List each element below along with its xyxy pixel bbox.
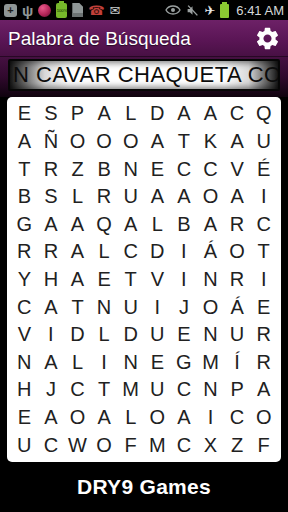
cell-r8c1[interactable]: C — [11, 293, 38, 321]
cell-r9c3[interactable]: D — [64, 321, 91, 349]
cell-r1c10[interactable]: Q — [250, 100, 277, 128]
cell-r9c6[interactable]: U — [144, 321, 171, 349]
puzzle-panel: ESPALDAACQAÑOOOATKAUTRZBNECCVÉBSLRUAAOAI… — [7, 97, 281, 462]
cell-r4c3[interactable]: L — [64, 183, 91, 211]
cell-r6c10[interactable]: T — [250, 238, 277, 266]
cell-r6c4[interactable]: L — [91, 238, 118, 266]
cell-r1c2[interactable]: S — [38, 100, 65, 128]
cell-r5c3[interactable]: A — [64, 210, 91, 238]
cell-r4c4[interactable]: R — [91, 183, 118, 211]
cell-r13c8[interactable]: X — [197, 431, 224, 459]
cell-r12c3[interactable]: O — [64, 404, 91, 432]
cell-r9c10[interactable]: R — [250, 321, 277, 349]
cell-r2c5[interactable]: O — [117, 128, 144, 156]
title-bar: Palabra de Búsqueda — [0, 20, 288, 57]
cell-r10c4[interactable]: I — [91, 349, 118, 377]
notification-app-icon — [38, 4, 51, 17]
cell-r4c9[interactable]: A — [224, 183, 251, 211]
cell-r11c7[interactable]: C — [171, 376, 198, 404]
cell-r2c2[interactable]: Ñ — [38, 128, 65, 156]
cell-r8c4[interactable]: N — [91, 293, 118, 321]
cell-r8c6[interactable]: I — [144, 293, 171, 321]
cell-r4c10[interactable]: I — [250, 183, 277, 211]
cell-r12c2[interactable]: A — [38, 404, 65, 432]
cell-r13c6[interactable]: M — [144, 431, 171, 459]
cell-r7c2[interactable]: H — [38, 266, 65, 294]
cell-r7c4[interactable]: E — [91, 266, 118, 294]
cell-r11c5[interactable]: M — [117, 376, 144, 404]
cell-r11c2[interactable]: J — [38, 376, 65, 404]
cell-r13c3[interactable]: W — [64, 431, 91, 459]
cell-r6c6[interactable]: D — [144, 238, 171, 266]
battery-full-icon: 100% — [56, 3, 67, 18]
cell-r6c9[interactable]: O — [224, 238, 251, 266]
cell-r2c6[interactable]: A — [144, 128, 171, 156]
cell-r2c9[interactable]: A — [224, 128, 251, 156]
cell-r4c1[interactable]: B — [11, 183, 38, 211]
word-list-text: N CAVAR CHAQUETA CON — [10, 62, 280, 88]
cell-r3c7[interactable]: C — [171, 155, 198, 183]
word-list-marquee: N CAVAR CHAQUETA CON — [8, 59, 280, 91]
cell-r10c3[interactable]: L — [64, 349, 91, 377]
cell-r11c8[interactable]: N — [197, 376, 224, 404]
cell-r7c1[interactable]: Y — [11, 266, 38, 294]
cell-r6c8[interactable]: Á — [197, 238, 224, 266]
cell-r12c4[interactable]: A — [91, 404, 118, 432]
mute-icon — [186, 4, 199, 17]
cell-r4c5[interactable]: U — [117, 183, 144, 211]
cell-r11c4[interactable]: T — [91, 376, 118, 404]
airplane-mode-icon: ✈ — [204, 4, 215, 17]
cell-r12c10[interactable]: O — [250, 404, 277, 432]
status-time: 6:41 AM — [236, 3, 284, 18]
cell-r9c2[interactable]: I — [38, 321, 65, 349]
cell-r13c2[interactable]: C — [38, 431, 65, 459]
cell-r2c1[interactable]: A — [11, 128, 38, 156]
cell-r4c7[interactable]: A — [171, 183, 198, 211]
cell-r5c9[interactable]: R — [224, 210, 251, 238]
cell-r12c8[interactable]: I — [197, 404, 224, 432]
cell-r11c3[interactable]: C — [64, 376, 91, 404]
cell-r9c4[interactable]: L — [91, 321, 118, 349]
cell-r7c8[interactable]: N — [197, 266, 224, 294]
word-list-zone: N CAVAR CHAQUETA CON — [0, 57, 288, 97]
cell-r3c3[interactable]: Z — [64, 155, 91, 183]
cell-r11c9[interactable]: P — [224, 376, 251, 404]
cell-r12c6[interactable]: O — [144, 404, 171, 432]
cell-r12c5[interactable]: L — [117, 404, 144, 432]
cell-r9c7[interactable]: E — [171, 321, 198, 349]
cell-r7c9[interactable]: R — [224, 266, 251, 294]
cell-r3c1[interactable]: T — [11, 155, 38, 183]
cell-r5c6[interactable]: L — [144, 210, 171, 238]
cell-r7c3[interactable]: A — [64, 266, 91, 294]
cell-r10c2[interactable]: A — [38, 349, 65, 377]
cell-r8c5[interactable]: U — [117, 293, 144, 321]
cell-r3c4[interactable]: B — [91, 155, 118, 183]
cell-r8c2[interactable]: A — [38, 293, 65, 321]
call-icon: ☎ — [88, 4, 104, 17]
cell-r9c9[interactable]: U — [224, 321, 251, 349]
cell-r13c9[interactable]: Z — [224, 431, 251, 459]
cell-r7c10[interactable]: I — [250, 266, 277, 294]
cell-r13c4[interactable]: O — [91, 431, 118, 459]
battery-icon — [220, 4, 229, 18]
letter-grid[interactable]: ESPALDAACQAÑOOOATKAUTRZBNECCVÉBSLRUAAOAI… — [11, 100, 277, 459]
cell-r5c8[interactable]: A — [197, 210, 224, 238]
cell-r3c6[interactable]: E — [144, 155, 171, 183]
usb-icon: ψ — [22, 3, 33, 18]
cell-r1c7[interactable]: A — [171, 100, 198, 128]
cell-r10c8[interactable]: M — [197, 349, 224, 377]
sim-card-icon — [72, 3, 83, 17]
cell-r5c2[interactable]: A — [38, 210, 65, 238]
cell-r8c8[interactable]: O — [197, 293, 224, 321]
cell-r3c5[interactable]: N — [117, 155, 144, 183]
cell-r10c9[interactable]: Í — [224, 349, 251, 377]
cell-r10c7[interactable]: G — [171, 349, 198, 377]
cell-r11c6[interactable]: U — [144, 376, 171, 404]
cell-r3c2[interactable]: R — [38, 155, 65, 183]
cell-r13c7[interactable]: C — [171, 431, 198, 459]
cell-r2c4[interactable]: O — [91, 128, 118, 156]
cell-r6c5[interactable]: C — [117, 238, 144, 266]
cell-r2c7[interactable]: T — [171, 128, 198, 156]
settings-gear-icon[interactable] — [254, 25, 281, 52]
cell-r11c10[interactable]: A — [250, 376, 277, 404]
cell-r2c8[interactable]: K — [197, 128, 224, 156]
cell-r1c6[interactable]: D — [144, 100, 171, 128]
cell-r9c1[interactable]: V — [11, 321, 38, 349]
battery-full-label: 100% — [57, 9, 68, 13]
cell-r7c7[interactable]: I — [171, 266, 198, 294]
cell-r8c3[interactable]: T — [64, 293, 91, 321]
cell-r7c6[interactable]: V — [144, 266, 171, 294]
cell-r8c9[interactable]: Á — [224, 293, 251, 321]
cell-r4c2[interactable]: S — [38, 183, 65, 211]
cell-r5c1[interactable]: G — [11, 210, 38, 238]
cell-r3c9[interactable]: V — [224, 155, 251, 183]
cell-r12c7[interactable]: A — [171, 404, 198, 432]
smart-stay-eye-icon — [165, 5, 181, 15]
cell-r6c2[interactable]: R — [38, 238, 65, 266]
footer-banner: DRY9 Games — [0, 462, 288, 512]
cell-r5c5[interactable]: A — [117, 210, 144, 238]
cell-r5c7[interactable]: B — [171, 210, 198, 238]
cell-r2c3[interactable]: O — [64, 128, 91, 156]
cell-r3c10[interactable]: É — [250, 155, 277, 183]
page-title: Palabra de Búsqueda — [8, 28, 254, 50]
cell-r1c9[interactable]: C — [224, 100, 251, 128]
cell-r13c1[interactable]: U — [11, 431, 38, 459]
app-screen: + ψ 100% ☎ ✉ ✈ 6:41 AM Palabra de Búsque… — [0, 0, 288, 512]
status-bar: + ψ 100% ☎ ✉ ✈ 6:41 AM — [0, 0, 288, 20]
cell-r10c1[interactable]: N — [11, 349, 38, 377]
email-icon: ✉ — [110, 4, 121, 17]
cell-r5c10[interactable]: C — [250, 210, 277, 238]
cell-r10c6[interactable]: E — [144, 349, 171, 377]
cell-r3c8[interactable]: C — [197, 155, 224, 183]
cell-r1c3[interactable]: P — [64, 100, 91, 128]
footer-brand: DRY9 Games — [77, 475, 211, 499]
cell-r10c10[interactable]: R — [250, 349, 277, 377]
cell-r10c5[interactable]: N — [117, 349, 144, 377]
cell-r4c6[interactable]: A — [144, 183, 171, 211]
cell-r13c10[interactable]: F — [250, 431, 277, 459]
cell-r7c5[interactable]: T — [117, 266, 144, 294]
cell-r6c7[interactable]: I — [171, 238, 198, 266]
cell-r8c10[interactable]: E — [250, 293, 277, 321]
cell-r5c4[interactable]: Q — [91, 210, 118, 238]
cell-r1c8[interactable]: A — [197, 100, 224, 128]
cell-r12c1[interactable]: E — [11, 404, 38, 432]
cell-r2c10[interactable]: U — [250, 128, 277, 156]
add-box-icon: + — [4, 4, 17, 17]
cell-r11c1[interactable]: H — [11, 376, 38, 404]
cell-r12c9[interactable]: C — [224, 404, 251, 432]
cell-r9c8[interactable]: N — [197, 321, 224, 349]
cell-r1c4[interactable]: A — [91, 100, 118, 128]
cell-r9c5[interactable]: D — [117, 321, 144, 349]
cell-r1c5[interactable]: L — [117, 100, 144, 128]
cell-r6c1[interactable]: R — [11, 238, 38, 266]
cell-r4c8[interactable]: O — [197, 183, 224, 211]
cell-r8c7[interactable]: J — [171, 293, 198, 321]
cell-r13c5[interactable]: F — [117, 431, 144, 459]
cell-r6c3[interactable]: A — [64, 238, 91, 266]
cell-r1c1[interactable]: E — [11, 100, 38, 128]
